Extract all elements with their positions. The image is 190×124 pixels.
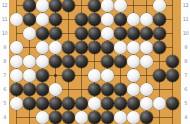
black-stone <box>153 41 166 54</box>
row-label-right-6: 6 <box>181 87 190 92</box>
black-stone <box>62 0 75 12</box>
row-label-right-8: 8 <box>181 59 190 64</box>
black-stone <box>127 97 140 110</box>
white-stone <box>10 97 23 110</box>
white-stone <box>36 0 49 12</box>
black-stone <box>49 97 62 110</box>
black-stone <box>88 83 101 96</box>
white-stone <box>23 27 36 40</box>
black-stone <box>49 111 62 124</box>
star-point <box>54 74 57 77</box>
white-stone <box>36 41 49 54</box>
row-label-left-5: 5 <box>0 101 9 106</box>
black-stone <box>88 41 101 54</box>
black-stone <box>23 97 36 110</box>
white-stone <box>75 111 88 124</box>
white-stone <box>140 41 153 54</box>
black-stone <box>36 69 49 82</box>
black-stone <box>166 69 179 82</box>
black-stone <box>75 97 88 110</box>
white-stone <box>127 69 140 82</box>
white-stone <box>101 0 114 12</box>
row-label-right-9: 9 <box>181 45 190 50</box>
row-label-right-7: 7 <box>181 73 190 78</box>
black-stone <box>114 13 127 26</box>
black-stone <box>114 83 127 96</box>
white-stone <box>101 69 114 82</box>
white-stone <box>127 41 140 54</box>
white-stone <box>127 13 140 26</box>
black-stone <box>36 27 49 40</box>
black-stone <box>88 111 101 124</box>
white-stone <box>127 83 140 96</box>
black-stone <box>49 0 62 12</box>
go-client-board-view: 121110987654 121110987654 <box>0 0 190 124</box>
black-stone <box>23 0 36 12</box>
black-stone <box>114 97 127 110</box>
white-stone <box>114 111 127 124</box>
black-stone <box>114 27 127 40</box>
row-label-left-6: 6 <box>0 87 9 92</box>
black-stone <box>62 111 75 124</box>
black-stone <box>127 27 140 40</box>
row-label-left-10: 10 <box>0 31 9 36</box>
go-board[interactable] <box>9 0 181 124</box>
black-stone <box>75 13 88 26</box>
black-stone <box>140 111 153 124</box>
white-stone <box>153 97 166 110</box>
black-stone <box>75 41 88 54</box>
white-stone <box>140 97 153 110</box>
black-stone <box>49 55 62 68</box>
white-stone <box>10 55 23 68</box>
row-label-right-10: 10 <box>181 31 190 36</box>
row-label-right-12: 12 <box>181 3 190 8</box>
black-stone <box>166 55 179 68</box>
black-stone <box>62 41 75 54</box>
black-stone <box>101 41 114 54</box>
right-coordinate-labels: 121110987654 <box>181 0 190 124</box>
row-label-left-8: 8 <box>0 59 9 64</box>
white-stone <box>127 111 140 124</box>
white-stone <box>23 69 36 82</box>
row-label-right-5: 5 <box>181 101 190 106</box>
row-label-left-9: 9 <box>0 45 9 50</box>
white-stone <box>101 13 114 26</box>
black-stone <box>88 27 101 40</box>
black-stone <box>75 27 88 40</box>
black-stone <box>153 69 166 82</box>
black-stone <box>101 111 114 124</box>
white-stone <box>140 13 153 26</box>
black-stone <box>36 97 49 110</box>
white-stone <box>140 83 153 96</box>
white-stone <box>10 41 23 54</box>
black-stone <box>114 55 127 68</box>
black-stone <box>101 55 114 68</box>
white-stone <box>114 0 127 12</box>
row-label-left-12: 12 <box>0 3 9 8</box>
white-stone <box>36 13 49 26</box>
black-stone <box>10 83 23 96</box>
white-stone <box>101 27 114 40</box>
white-stone <box>36 111 49 124</box>
row-label-right-11: 11 <box>181 17 190 22</box>
row-label-left-7: 7 <box>0 73 9 78</box>
black-stone <box>166 97 179 110</box>
black-stone <box>153 13 166 26</box>
white-stone <box>36 55 49 68</box>
black-stone <box>49 27 62 40</box>
black-stone <box>62 55 75 68</box>
black-stone <box>36 83 49 96</box>
left-coordinate-labels: 121110987654 <box>0 0 9 124</box>
black-stone <box>88 0 101 12</box>
black-stone <box>49 13 62 26</box>
white-stone <box>10 13 23 26</box>
black-stone <box>62 69 75 82</box>
white-stone <box>127 55 140 68</box>
white-stone <box>153 0 166 12</box>
white-stone <box>88 97 101 110</box>
black-stone <box>140 27 153 40</box>
row-label-left-4: 4 <box>0 115 9 120</box>
white-stone <box>23 55 36 68</box>
black-stone <box>101 83 114 96</box>
row-label-left-11: 11 <box>0 17 9 22</box>
black-stone <box>23 13 36 26</box>
white-stone <box>88 69 101 82</box>
white-stone <box>10 69 23 82</box>
black-stone <box>62 97 75 110</box>
black-stone <box>101 97 114 110</box>
white-stone <box>140 55 153 68</box>
white-stone <box>114 41 127 54</box>
black-stone <box>88 13 101 26</box>
black-stone <box>153 27 166 40</box>
black-stone <box>75 55 88 68</box>
black-stone <box>23 83 36 96</box>
white-stone <box>49 83 62 96</box>
white-stone <box>49 41 62 54</box>
row-label-right-4: 4 <box>181 115 190 120</box>
